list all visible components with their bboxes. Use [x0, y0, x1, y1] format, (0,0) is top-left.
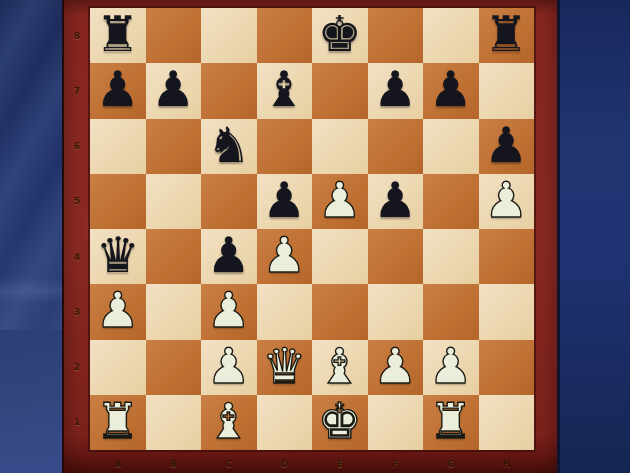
- chess-board: ♜♚♜♟♟♝♟♟♞♟♟♟♟♟♛♟♟♟♟♟♛♝♟♟♜♝♚♜: [90, 8, 534, 450]
- square-g1[interactable]: ♜: [423, 395, 479, 450]
- square-b7[interactable]: ♟: [146, 63, 202, 118]
- square-h1[interactable]: [479, 395, 535, 450]
- square-d4[interactable]: ♟: [257, 229, 313, 284]
- white-pawn[interactable]: ♟: [318, 174, 362, 228]
- square-b1[interactable]: [146, 395, 202, 450]
- square-g6[interactable]: [423, 119, 479, 174]
- file-label-f: F: [368, 456, 424, 471]
- square-c5[interactable]: [201, 174, 257, 229]
- rank-label-8: 8: [64, 8, 90, 63]
- file-label-c: C: [201, 456, 257, 471]
- white-pawn[interactable]: ♟: [262, 229, 306, 283]
- square-c6[interactable]: ♞: [201, 119, 257, 174]
- square-h5[interactable]: ♟: [479, 174, 535, 229]
- square-f6[interactable]: [368, 119, 424, 174]
- square-f2[interactable]: ♟: [368, 340, 424, 395]
- square-g8[interactable]: [423, 8, 479, 63]
- square-c8[interactable]: [201, 8, 257, 63]
- rank-label-6: 6: [64, 119, 90, 174]
- square-h8[interactable]: ♜: [479, 8, 535, 63]
- square-g3[interactable]: [423, 284, 479, 339]
- black-pawn[interactable]: ♟: [151, 63, 195, 117]
- square-d8[interactable]: [257, 8, 313, 63]
- square-d2[interactable]: ♛: [257, 340, 313, 395]
- white-bishop[interactable]: ♝: [318, 340, 362, 394]
- white-pawn[interactable]: ♟: [373, 340, 417, 394]
- black-king[interactable]: ♚: [318, 8, 362, 62]
- square-f3[interactable]: [368, 284, 424, 339]
- file-label-e: E: [312, 456, 368, 471]
- square-e8[interactable]: ♚: [312, 8, 368, 63]
- square-f4[interactable]: [368, 229, 424, 284]
- square-g7[interactable]: ♟: [423, 63, 479, 118]
- file-label-h: H: [479, 456, 535, 471]
- white-pawn[interactable]: ♟: [207, 284, 251, 338]
- square-d7[interactable]: ♝: [257, 63, 313, 118]
- black-rook[interactable]: ♜: [484, 8, 528, 62]
- white-bishop[interactable]: ♝: [207, 395, 251, 449]
- white-pawn[interactable]: ♟: [484, 174, 528, 228]
- white-pawn[interactable]: ♟: [96, 284, 140, 338]
- square-a6[interactable]: [90, 119, 146, 174]
- square-c2[interactable]: ♟: [201, 340, 257, 395]
- black-pawn[interactable]: ♟: [429, 63, 473, 117]
- file-labels: ABCDEFGH: [90, 456, 534, 471]
- square-f7[interactable]: ♟: [368, 63, 424, 118]
- square-a7[interactable]: ♟: [90, 63, 146, 118]
- square-a2[interactable]: [90, 340, 146, 395]
- file-label-b: B: [146, 456, 202, 471]
- black-pawn[interactable]: ♟: [207, 229, 251, 283]
- square-e4[interactable]: [312, 229, 368, 284]
- rank-label-2: 2: [64, 340, 90, 395]
- square-d6[interactable]: [257, 119, 313, 174]
- black-pawn[interactable]: ♟: [373, 174, 417, 228]
- square-e5[interactable]: ♟: [312, 174, 368, 229]
- square-g2[interactable]: ♟: [423, 340, 479, 395]
- rank-label-7: 7: [64, 63, 90, 118]
- square-a4[interactable]: ♛: [90, 229, 146, 284]
- square-e7[interactable]: [312, 63, 368, 118]
- white-king[interactable]: ♚: [318, 395, 362, 449]
- black-pawn[interactable]: ♟: [373, 63, 417, 117]
- rank-label-1: 1: [64, 395, 90, 450]
- square-d3[interactable]: [257, 284, 313, 339]
- square-e6[interactable]: [312, 119, 368, 174]
- square-e2[interactable]: ♝: [312, 340, 368, 395]
- square-h6[interactable]: ♟: [479, 119, 535, 174]
- desktop-background-band: [0, 278, 62, 304]
- rank-labels: 87654321: [64, 8, 90, 450]
- square-e1[interactable]: ♚: [312, 395, 368, 450]
- square-g4[interactable]: [423, 229, 479, 284]
- square-a8[interactable]: ♜: [90, 8, 146, 63]
- white-rook[interactable]: ♜: [429, 395, 473, 449]
- square-b8[interactable]: [146, 8, 202, 63]
- square-f5[interactable]: ♟: [368, 174, 424, 229]
- square-a5[interactable]: [90, 174, 146, 229]
- file-label-a: A: [90, 456, 146, 471]
- black-pawn[interactable]: ♟: [262, 174, 306, 228]
- square-c4[interactable]: ♟: [201, 229, 257, 284]
- square-d5[interactable]: ♟: [257, 174, 313, 229]
- square-g5[interactable]: [423, 174, 479, 229]
- square-h4[interactable]: [479, 229, 535, 284]
- black-queen[interactable]: ♛: [96, 229, 140, 283]
- square-b5[interactable]: [146, 174, 202, 229]
- white-pawn[interactable]: ♟: [207, 340, 251, 394]
- black-bishop[interactable]: ♝: [262, 63, 306, 117]
- square-b3[interactable]: [146, 284, 202, 339]
- file-label-d: D: [257, 456, 313, 471]
- square-h2[interactable]: [479, 340, 535, 395]
- square-f1[interactable]: [368, 395, 424, 450]
- square-f8[interactable]: [368, 8, 424, 63]
- desktop-background-right: [558, 0, 630, 473]
- square-e3[interactable]: [312, 284, 368, 339]
- square-b2[interactable]: [146, 340, 202, 395]
- board-frame: 87654321 ♜♚♜♟♟♝♟♟♞♟♟♟♟♟♛♟♟♟♟♟♛♝♟♟♜♝♚♜ AB…: [62, 0, 560, 473]
- black-pawn[interactable]: ♟: [484, 119, 528, 173]
- black-knight[interactable]: ♞: [207, 119, 251, 173]
- black-rook[interactable]: ♜: [96, 8, 140, 62]
- rank-label-4: 4: [64, 229, 90, 284]
- white-rook[interactable]: ♜: [96, 395, 140, 449]
- square-c7[interactable]: [201, 63, 257, 118]
- square-c3[interactable]: ♟: [201, 284, 257, 339]
- rank-label-3: 3: [64, 284, 90, 339]
- square-c1[interactable]: ♝: [201, 395, 257, 450]
- square-a1[interactable]: ♜: [90, 395, 146, 450]
- square-h3[interactable]: [479, 284, 535, 339]
- square-a3[interactable]: ♟: [90, 284, 146, 339]
- white-pawn[interactable]: ♟: [429, 340, 473, 394]
- square-h7[interactable]: [479, 63, 535, 118]
- square-d1[interactable]: [257, 395, 313, 450]
- white-queen[interactable]: ♛: [262, 340, 306, 394]
- square-b6[interactable]: [146, 119, 202, 174]
- square-b4[interactable]: [146, 229, 202, 284]
- black-pawn[interactable]: ♟: [96, 63, 140, 117]
- file-label-g: G: [423, 456, 479, 471]
- rank-label-5: 5: [64, 174, 90, 229]
